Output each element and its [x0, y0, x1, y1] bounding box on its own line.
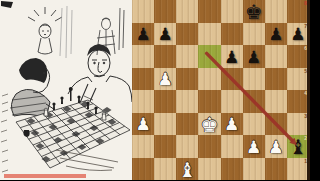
square-d7[interactable]: [198, 23, 220, 46]
square-a5[interactable]: [132, 68, 154, 91]
square-e8[interactable]: [221, 0, 243, 23]
square-e2[interactable]: [221, 135, 243, 158]
square-h7[interactable]: ♟: [287, 23, 309, 46]
chess-board-grid: ♚♟♟♟♟♟♟♟♟♚♟♟♟♝♝: [132, 0, 309, 180]
square-e3[interactable]: ♟: [221, 113, 243, 136]
square-f8[interactable]: ♚: [243, 0, 265, 23]
square-f2[interactable]: ♟: [243, 135, 265, 158]
black-pawn-h7[interactable]: ♟: [290, 26, 305, 43]
square-c4[interactable]: [176, 90, 198, 113]
square-e5[interactable]: [221, 68, 243, 91]
square-g6[interactable]: [265, 45, 287, 68]
board-edge: [307, 0, 310, 180]
square-e4[interactable]: [221, 90, 243, 113]
black-pawn-g7[interactable]: ♟: [268, 26, 283, 43]
square-d2[interactable]: [198, 135, 220, 158]
square-g1[interactable]: [265, 158, 287, 181]
square-f3[interactable]: [243, 113, 265, 136]
square-a3[interactable]: ♟: [132, 113, 154, 136]
square-b7[interactable]: ♟: [154, 23, 176, 46]
square-e1[interactable]: [221, 158, 243, 181]
square-h1[interactable]: [287, 158, 309, 181]
square-h5[interactable]: [287, 68, 309, 91]
square-h2[interactable]: ♝: [287, 135, 309, 158]
square-b4[interactable]: [154, 90, 176, 113]
square-g5[interactable]: [265, 68, 287, 91]
square-a7[interactable]: ♟: [132, 23, 154, 46]
illustration-sketch: [0, 0, 132, 180]
white-pawn-b5[interactable]: ♟: [158, 71, 173, 88]
square-d8[interactable]: [198, 0, 220, 23]
square-d5[interactable]: [198, 68, 220, 91]
square-f7[interactable]: [243, 23, 265, 46]
square-h6[interactable]: [287, 45, 309, 68]
square-a2[interactable]: [132, 135, 154, 158]
square-c2[interactable]: [176, 135, 198, 158]
square-h8[interactable]: [287, 0, 309, 23]
white-bishop-c1[interactable]: ♝: [178, 159, 196, 179]
square-g8[interactable]: [265, 0, 287, 23]
black-pawn-b7[interactable]: ♟: [158, 26, 173, 43]
square-f5[interactable]: [243, 68, 265, 91]
thumbnail-stage: ♚♟♟♟♟♟♟♟♟♚♟♟♟♝♝ 87654321: [0, 0, 320, 180]
square-a6[interactable]: [132, 45, 154, 68]
square-f6[interactable]: ♟: [243, 45, 265, 68]
square-d6[interactable]: [198, 45, 220, 68]
square-c3[interactable]: [176, 113, 198, 136]
white-pawn-a3[interactable]: ♟: [135, 116, 150, 133]
square-d4[interactable]: [198, 90, 220, 113]
square-d3[interactable]: ♚: [198, 113, 220, 136]
square-c6[interactable]: [176, 45, 198, 68]
square-c8[interactable]: [176, 0, 198, 23]
square-c7[interactable]: [176, 23, 198, 46]
square-g4[interactable]: [265, 90, 287, 113]
chess-board: ♚♟♟♟♟♟♟♟♟♚♟♟♟♝♝ 87654321: [132, 0, 309, 180]
white-pawn-f2[interactable]: ♟: [246, 138, 261, 155]
square-c5[interactable]: [176, 68, 198, 91]
black-pawn-e6[interactable]: ♟: [224, 48, 239, 65]
white-pawn-e3[interactable]: ♟: [224, 116, 239, 133]
square-c1[interactable]: ♝: [176, 158, 198, 181]
square-a1[interactable]: [132, 158, 154, 181]
square-f1[interactable]: [243, 158, 265, 181]
square-b6[interactable]: [154, 45, 176, 68]
square-g2[interactable]: ♟: [265, 135, 287, 158]
white-king-d3[interactable]: ♚: [200, 114, 218, 134]
square-b3[interactable]: [154, 113, 176, 136]
square-a4[interactable]: [132, 90, 154, 113]
square-b8[interactable]: [154, 0, 176, 23]
square-e7[interactable]: [221, 23, 243, 46]
white-pawn-g2[interactable]: ♟: [268, 138, 283, 155]
square-b5[interactable]: ♟: [154, 68, 176, 91]
square-g3[interactable]: [265, 113, 287, 136]
square-d1[interactable]: [198, 158, 220, 181]
black-king-f8[interactable]: ♚: [245, 2, 263, 22]
square-h4[interactable]: [287, 90, 309, 113]
chess-players-illustration: [0, 0, 132, 180]
square-f4[interactable]: [243, 90, 265, 113]
square-e6[interactable]: ♟: [221, 45, 243, 68]
black-pawn-a7[interactable]: ♟: [135, 26, 150, 43]
square-h3[interactable]: [287, 113, 309, 136]
square-g7[interactable]: ♟: [265, 23, 287, 46]
red-strip: [4, 174, 86, 178]
square-a8[interactable]: [132, 0, 154, 23]
square-b1[interactable]: [154, 158, 176, 181]
black-bishop-h2[interactable]: ♝: [289, 137, 307, 157]
black-pawn-f6[interactable]: ♟: [246, 48, 261, 65]
square-b2[interactable]: [154, 135, 176, 158]
